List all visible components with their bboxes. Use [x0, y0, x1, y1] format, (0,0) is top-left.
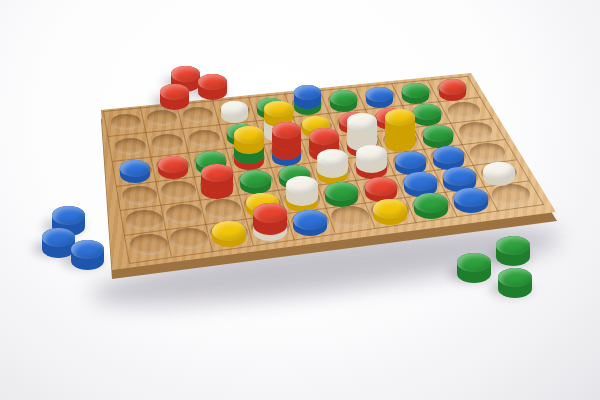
cell-r4c10[interactable]	[470, 143, 505, 162]
disc-r4c6-2-white[interactable]	[317, 149, 348, 178]
disc-r5c6-1-green-top-face	[325, 182, 358, 201]
disc-r3c4-3-yellow[interactable]	[234, 126, 264, 153]
disc-r6c4-2-red-top-face	[253, 203, 287, 223]
disc-r4c8-1-blue-top-face	[395, 151, 426, 169]
disc-r5c8-1-blue-top-face	[404, 172, 437, 191]
offboard-disc-green-2-top-face	[496, 236, 530, 255]
disc-r6c5-1-blue[interactable]	[293, 210, 327, 236]
disc-r1c9-1-green-top-face	[402, 83, 429, 99]
disc-r2c9-1-green-top-face	[413, 104, 441, 120]
cell-r5c1[interactable]	[126, 210, 162, 230]
cell-r6c6[interactable]	[331, 206, 369, 227]
disc-r6c7-1-yellow-top-face	[373, 199, 407, 219]
cell-r6c10[interactable]	[492, 184, 530, 205]
disc-r6c9-1-blue[interactable]	[454, 188, 488, 214]
offboard-disc-blue-3[interactable]	[71, 240, 104, 270]
offboard-disc-blue-2[interactable]	[42, 228, 75, 258]
disc-r3c5-3-red-top-face	[272, 122, 302, 139]
offboard-disc-green-1-top-face	[457, 253, 491, 272]
disc-r1c9-1-green[interactable]	[402, 83, 429, 105]
disc-r1c6-2-blue[interactable]	[294, 85, 321, 110]
disc-r3c1-1-blue[interactable]	[120, 160, 150, 183]
offboard-disc-red-2[interactable]	[198, 74, 227, 101]
disc-r4c3-2-red[interactable]	[201, 164, 232, 193]
cell-r1c3[interactable]	[183, 107, 213, 123]
offboard-disc-blue-3-top-face	[71, 240, 104, 259]
offboard-disc-blue-1-top-face	[52, 206, 85, 225]
disc-r6c4-2-red[interactable]	[253, 203, 287, 235]
cell-r1c1[interactable]	[111, 114, 141, 130]
offboard-disc-green-2[interactable]	[496, 236, 530, 266]
disc-r6c5-1-blue-top-face	[293, 210, 327, 230]
disc-r1c8-1-blue-top-face	[366, 87, 393, 103]
disc-r3c2-1-red-top-face	[158, 156, 188, 173]
offboard-disc-red-3[interactable]	[160, 84, 189, 111]
disc-r3c9-1-green-top-face	[423, 125, 453, 142]
disc-r4c9-1-blue-top-face	[433, 146, 464, 164]
disc-r3c6-2-red-top-face	[309, 128, 339, 145]
disc-r1c7-1-green[interactable]	[330, 90, 357, 112]
disc-r1c4-1-white[interactable]	[221, 101, 248, 123]
disc-r1c6-2-blue-top-face	[294, 85, 321, 101]
disc-r4c4-1-green[interactable]	[240, 170, 271, 194]
offboard-disc-red-3-top-face	[160, 84, 189, 101]
disc-r1c8-1-blue[interactable]	[366, 87, 393, 109]
disc-r3c2-1-red[interactable]	[158, 156, 188, 179]
disc-r4c7-2-white[interactable]	[356, 145, 387, 174]
disc-r3c9-1-green[interactable]	[423, 125, 453, 148]
disc-r3c8-3-yellow[interactable]	[385, 109, 415, 136]
disc-r3c7-3-white-top-face	[347, 113, 377, 130]
disc-r5c7-1-red-top-face	[365, 177, 398, 196]
disc-r2c9-1-green[interactable]	[413, 104, 441, 126]
disc-r4c3-2-red-top-face	[201, 164, 232, 182]
cell-r4c2[interactable]	[161, 181, 196, 200]
offboard-disc-red-1-top-face	[171, 66, 200, 83]
offboard-disc-blue-2-top-face	[42, 228, 75, 247]
cell-r3c10[interactable]	[459, 122, 492, 140]
offboard-disc-green-1[interactable]	[457, 253, 491, 283]
disc-r6c8-1-green-top-face	[414, 193, 448, 213]
cell-r2c1[interactable]	[115, 138, 147, 155]
disc-r5c5-2-white[interactable]	[286, 176, 319, 206]
disc-r4c6-2-white-top-face	[317, 149, 348, 167]
offboard-disc-green-3-top-face	[498, 268, 532, 287]
disc-r6c9-1-blue-top-face	[454, 188, 488, 208]
disc-r5c6-1-green[interactable]	[325, 182, 358, 207]
cell-r4c1[interactable]	[122, 186, 157, 205]
cell-r6c1[interactable]	[130, 234, 168, 255]
disc-r4c4-1-green-top-face	[240, 170, 271, 188]
offboard-disc-green-3[interactable]	[498, 268, 532, 298]
disc-r3c5-3-red[interactable]	[272, 122, 302, 149]
disc-r1c4-1-white-top-face	[221, 101, 248, 117]
cell-r2c3[interactable]	[189, 130, 221, 147]
disc-r1c10-1-red[interactable]	[439, 79, 466, 101]
disc-r6c7-1-yellow[interactable]	[373, 199, 407, 225]
disc-r1c7-1-green-top-face	[330, 90, 357, 106]
disc-r6c8-1-green[interactable]	[414, 193, 448, 219]
cell-r2c10[interactable]	[448, 102, 480, 119]
disc-r1c10-1-red-top-face	[439, 79, 466, 95]
photo-canvas	[0, 0, 600, 400]
offboard-disc-red-2-top-face	[198, 74, 227, 91]
disc-r5c9-1-blue-top-face	[443, 167, 476, 186]
disc-r3c8-3-yellow-top-face	[385, 109, 415, 126]
disc-r4c7-2-white-top-face	[356, 145, 387, 163]
disc-r5c10-1-white[interactable]	[483, 162, 516, 187]
disc-r2c5-3-yellow-top-face	[264, 101, 292, 117]
cell-r2c2[interactable]	[152, 134, 184, 151]
cell-r6c2[interactable]	[170, 228, 208, 249]
disc-r6c3-1-yellow[interactable]	[212, 221, 246, 247]
disc-r5c5-2-white-top-face	[286, 176, 319, 195]
disc-r5c10-1-white-top-face	[483, 162, 516, 181]
disc-r3c1-1-blue-top-face	[120, 160, 150, 177]
disc-r3c4-3-yellow-top-face	[234, 126, 264, 143]
disc-r3c7-3-white[interactable]	[347, 113, 377, 140]
disc-r6c3-1-yellow-top-face	[212, 221, 246, 241]
